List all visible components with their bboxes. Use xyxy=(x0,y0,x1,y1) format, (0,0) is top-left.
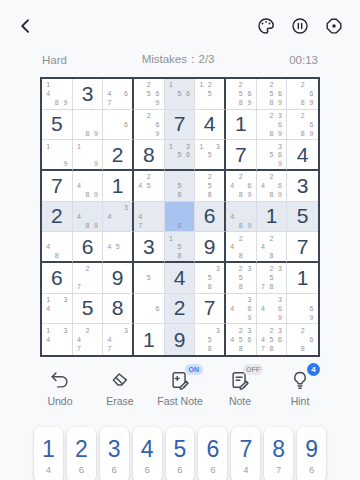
note-off-badge: OFF xyxy=(243,364,263,375)
tool-label: Hint xyxy=(291,395,310,407)
cell-r7c1[interactable]: 6 xyxy=(42,263,73,294)
pencil-notes: 248 xyxy=(226,232,256,261)
cell-value: 5 xyxy=(297,204,309,228)
erase-button[interactable]: Erase xyxy=(94,369,146,407)
cell-r5c5[interactable]: 8 xyxy=(165,202,196,233)
record-icon xyxy=(324,16,344,36)
cell-value: 7 xyxy=(174,112,186,136)
numpad-key-7[interactable]: 74 xyxy=(231,427,260,480)
cell-r5c1[interactable]: 2 xyxy=(42,202,73,233)
cell-r8c5[interactable]: 2 xyxy=(165,294,196,325)
pencil-notes: 2689 xyxy=(287,110,318,140)
pencil-notes: 48 xyxy=(42,232,72,261)
pencil-notes: 25689 xyxy=(257,79,287,109)
pause-button[interactable] xyxy=(290,16,310,36)
pencil-notes: 2345678 xyxy=(257,324,287,355)
cell-r1c2[interactable]: 3 xyxy=(73,79,104,110)
cell-value: 9 xyxy=(204,235,216,259)
cell-r8c2[interactable]: 5 xyxy=(73,294,104,325)
numpad-key-8[interactable]: 87 xyxy=(264,427,293,480)
cell-r8c1[interactable]: 134 xyxy=(42,294,73,325)
cell-r1c5[interactable]: 156 xyxy=(165,79,196,110)
cell-r5c6[interactable]: 6 xyxy=(195,202,226,233)
chevron-left-icon xyxy=(16,16,36,36)
cell-r4c9[interactable]: 3 xyxy=(287,171,318,202)
cell-r1c1[interactable]: 1489 xyxy=(42,79,73,110)
numpad-key-5[interactable]: 56 xyxy=(166,427,195,480)
toolbar: Undo Erase ON Fast Note OFF Note 4 Hint xyxy=(0,357,360,407)
cell-r2c5[interactable]: 7 xyxy=(165,110,196,141)
cell-r2c2[interactable]: 89 xyxy=(73,110,104,141)
pencil-notes: 245 xyxy=(134,171,164,201)
cell-value: 5 xyxy=(51,112,63,136)
cell-r9c5[interactable]: 9 xyxy=(165,324,196,355)
key-remaining-count: 7 xyxy=(276,464,281,475)
difficulty-label: Hard xyxy=(42,54,67,66)
pencil-notes: 2358 xyxy=(226,263,256,293)
cell-r8c9[interactable]: 69 xyxy=(287,294,318,325)
key-digit: 2 xyxy=(75,436,88,463)
pencil-notes: 3469 xyxy=(257,294,287,324)
pencil-notes: 269 xyxy=(134,110,164,140)
pencil-notes: 358 xyxy=(195,263,224,293)
pencil-notes: 258 xyxy=(195,171,224,201)
cell-value: 5 xyxy=(82,296,94,320)
key-digit: 7 xyxy=(239,436,252,463)
key-digit: 4 xyxy=(141,436,154,463)
timer: 00:13 xyxy=(289,54,318,66)
cell-r2c4[interactable]: 269 xyxy=(134,110,165,141)
pencil-notes: 27 xyxy=(73,263,103,293)
cell-r4c4[interactable]: 245 xyxy=(134,171,165,202)
pencil-notes: 347 xyxy=(103,324,132,355)
pencil-notes: 6 xyxy=(134,294,164,324)
numpad-key-3[interactable]: 36 xyxy=(100,427,129,480)
mistakes-counter: Mistakes：2/3 xyxy=(142,52,215,67)
cell-r7c8[interactable]: 23578 xyxy=(257,263,288,294)
cell-value: 3 xyxy=(82,82,94,106)
cell-r3c6[interactable]: 135 xyxy=(195,140,226,171)
cell-value: 6 xyxy=(51,266,63,290)
cell-r8c6[interactable]: 7 xyxy=(195,294,226,325)
cell-r7c5[interactable]: 4 xyxy=(165,263,196,294)
cell-value: 9 xyxy=(174,328,186,352)
pencil-notes: 125 xyxy=(195,79,224,109)
cell-r5c7[interactable]: 489 xyxy=(226,202,257,233)
key-digit: 9 xyxy=(305,436,318,463)
cell-value: 7 xyxy=(297,235,309,259)
pencil-notes: 23578 xyxy=(257,263,287,293)
cell-r9c8[interactable]: 2345678 xyxy=(257,324,288,355)
key-digit: 1 xyxy=(42,436,55,463)
cell-r3c5[interactable]: 1356 xyxy=(165,140,196,171)
cell-r8c4[interactable]: 6 xyxy=(134,294,165,325)
cell-r4c1[interactable]: 7 xyxy=(42,171,73,202)
pencil-notes: 24689 xyxy=(226,171,256,201)
pencil-notes: 89 xyxy=(73,110,103,140)
key-remaining-count: 6 xyxy=(177,464,182,475)
cell-r4c5[interactable]: 58 xyxy=(165,171,196,202)
cell-r3c7[interactable]: 7 xyxy=(226,140,257,171)
cell-r2c7[interactable]: 1 xyxy=(226,110,257,141)
cell-r9c6[interactable]: 358 xyxy=(195,324,226,355)
pencil-notes: 3569 xyxy=(257,140,287,169)
cell-r6c6[interactable]: 9 xyxy=(195,232,226,263)
cell-r8c7[interactable]: 3469 xyxy=(226,294,257,325)
cell-r8c3[interactable]: 8 xyxy=(103,294,134,325)
key-remaining-count: 4 xyxy=(243,464,248,475)
cell-value: 1 xyxy=(143,328,155,352)
pencil-notes: 489 xyxy=(226,202,256,232)
cell-value: 1 xyxy=(112,174,124,198)
pencil-notes: 3469 xyxy=(226,294,256,324)
cell-r4c8[interactable]: 24689 xyxy=(257,171,288,202)
key-digit: 5 xyxy=(174,436,187,463)
record-button[interactable] xyxy=(324,16,344,36)
cell-r6c8[interactable]: 248 xyxy=(257,232,288,263)
cell-value: 6 xyxy=(204,204,216,228)
undo-button[interactable]: Undo xyxy=(34,369,86,407)
pencil-notes: 2689 xyxy=(287,79,318,109)
pencil-notes: 24689 xyxy=(257,171,287,201)
cell-r6c3[interactable]: 45 xyxy=(103,232,134,263)
tool-label: Erase xyxy=(106,395,133,407)
pencil-notes: 358 xyxy=(195,324,224,355)
pencil-notes: 34 xyxy=(103,202,132,232)
cell-r9c4[interactable]: 1 xyxy=(134,324,165,355)
eraser-icon xyxy=(109,369,131,391)
cell-r7c2[interactable]: 27 xyxy=(73,263,104,294)
cell-value: 4 xyxy=(174,266,186,290)
cell-r5c4[interactable]: 47 xyxy=(134,202,165,233)
cell-r3c2[interactable]: 19 xyxy=(73,140,104,171)
pencil-notes: 2569 xyxy=(134,79,164,109)
key-remaining-count: 6 xyxy=(309,464,314,475)
cell-value: 2 xyxy=(51,204,63,228)
undo-icon xyxy=(49,369,71,391)
cell-value: 3 xyxy=(143,235,155,259)
hint-count-badge: 4 xyxy=(307,363,320,376)
pencil-notes: 6 xyxy=(103,110,132,140)
key-remaining-count: 6 xyxy=(112,464,117,475)
cell-r8c8[interactable]: 3469 xyxy=(257,294,288,325)
cell-value: 8 xyxy=(143,143,155,167)
numpad-key-9[interactable]: 96 xyxy=(297,427,326,480)
cell-value: 1 xyxy=(266,204,278,228)
cell-value: 2 xyxy=(174,296,186,320)
cell-r9c2[interactable]: 247 xyxy=(73,324,104,355)
pencil-notes: 467 xyxy=(103,79,132,109)
cell-value: 7 xyxy=(51,174,63,198)
key-remaining-count: 6 xyxy=(144,464,149,475)
cell-r7c6[interactable]: 358 xyxy=(195,263,226,294)
pencil-notes: 134 xyxy=(42,324,72,355)
pencil-notes: 47 xyxy=(134,202,164,232)
cell-r4c3[interactable]: 1 xyxy=(103,171,134,202)
pencil-notes: 134 xyxy=(42,294,72,324)
palette-icon xyxy=(256,16,276,36)
pencil-notes: 58 xyxy=(165,171,195,201)
theme-palette-button[interactable] xyxy=(256,16,276,36)
pencil-notes: 156 xyxy=(165,79,195,109)
cell-r1c3[interactable]: 467 xyxy=(103,79,134,110)
pencil-notes: 158 xyxy=(165,232,195,261)
pencil-notes: 25689 xyxy=(226,79,256,109)
tool-label: Fast Note xyxy=(157,395,203,407)
cell-r9c3[interactable]: 347 xyxy=(103,324,134,355)
status-row: Hard Mistakes：2/3 00:13 xyxy=(0,42,360,73)
pencil-notes: 19 xyxy=(73,140,103,169)
pencil-notes: 1356 xyxy=(165,140,195,169)
cell-r1c9[interactable]: 2689 xyxy=(287,79,318,110)
cell-r7c9[interactable]: 1 xyxy=(287,263,318,294)
cell-r9c1[interactable]: 134 xyxy=(42,324,73,355)
pencil-notes: 268 xyxy=(287,324,318,355)
pencil-notes: 23689 xyxy=(257,110,287,140)
pencil-notes: 69 xyxy=(287,294,318,324)
cell-r7c7[interactable]: 2358 xyxy=(226,263,257,294)
cell-value: 7 xyxy=(235,143,247,167)
key-remaining-count: 6 xyxy=(210,464,215,475)
cell-r6c9[interactable]: 7 xyxy=(287,232,318,263)
sudoku-board: 1489346725691561252568925689268958962697… xyxy=(40,77,320,357)
back-button[interactable] xyxy=(16,16,36,36)
cell-r5c9[interactable]: 5 xyxy=(287,202,318,233)
numpad-key-4[interactable]: 46 xyxy=(133,427,162,480)
pencil-notes: 5 xyxy=(134,263,164,293)
pencil-notes: 234568 xyxy=(226,324,256,355)
cell-r3c4[interactable]: 8 xyxy=(134,140,165,171)
cell-r1c6[interactable]: 125 xyxy=(195,79,226,110)
cell-r9c7[interactable]: 234568 xyxy=(226,324,257,355)
fast-note-button[interactable]: ON Fast Note xyxy=(154,369,206,407)
cell-r5c3[interactable]: 34 xyxy=(103,202,134,233)
cell-r6c4[interactable]: 3 xyxy=(134,232,165,263)
numpad-key-6[interactable]: 66 xyxy=(198,427,227,480)
cell-value: 9 xyxy=(112,266,124,290)
numpad-key-2[interactable]: 26 xyxy=(67,427,96,480)
pencil-notes: 8 xyxy=(165,202,195,232)
number-pad: 142636465666748796 xyxy=(0,407,360,480)
top-bar xyxy=(0,0,360,42)
hint-button[interactable]: 4 Hint xyxy=(274,369,326,407)
key-remaining-count: 4 xyxy=(46,464,51,475)
cell-r3c8[interactable]: 3569 xyxy=(257,140,288,171)
cell-r2c1[interactable]: 5 xyxy=(42,110,73,141)
cell-value: 3 xyxy=(297,174,309,198)
cell-value: 1 xyxy=(297,266,309,290)
cell-value: 7 xyxy=(204,296,216,320)
pencil-notes: 489 xyxy=(73,171,103,201)
key-digit: 6 xyxy=(207,436,220,463)
pencil-notes: 19 xyxy=(42,140,72,169)
cell-r6c1[interactable]: 48 xyxy=(42,232,73,263)
pencil-notes: 247 xyxy=(73,324,103,355)
cell-value: 8 xyxy=(112,296,124,320)
pencil-notes: 248 xyxy=(257,232,287,261)
cell-r6c5[interactable]: 158 xyxy=(165,232,196,263)
cell-r6c2[interactable]: 6 xyxy=(73,232,104,263)
cell-value: 6 xyxy=(82,235,94,259)
cell-value: 2 xyxy=(112,143,124,167)
cell-r2c3[interactable]: 6 xyxy=(103,110,134,141)
cell-value: 4 xyxy=(297,143,309,167)
pencil-notes: 45 xyxy=(103,232,132,261)
cell-value: 4 xyxy=(204,112,216,136)
tool-label: Note xyxy=(229,395,251,407)
cell-r1c8[interactable]: 25689 xyxy=(257,79,288,110)
cell-r4c7[interactable]: 24689 xyxy=(226,171,257,202)
cell-r5c8[interactable]: 1 xyxy=(257,202,288,233)
cell-r2c6[interactable]: 4 xyxy=(195,110,226,141)
key-digit: 3 xyxy=(108,436,121,463)
cell-r1c4[interactable]: 2569 xyxy=(134,79,165,110)
cell-r3c1[interactable]: 19 xyxy=(42,140,73,171)
cell-r4c6[interactable]: 258 xyxy=(195,171,226,202)
cell-r1c7[interactable]: 25689 xyxy=(226,79,257,110)
cell-value: 1 xyxy=(235,112,247,136)
key-remaining-count: 6 xyxy=(79,464,84,475)
fast-note-on-badge: ON xyxy=(185,364,204,375)
pause-icon xyxy=(290,16,310,36)
cell-r2c9[interactable]: 2689 xyxy=(287,110,318,141)
cell-r6c7[interactable]: 248 xyxy=(226,232,257,263)
pencil-notes: 135 xyxy=(195,140,224,169)
cell-r7c3[interactable]: 9 xyxy=(103,263,134,294)
tool-label: Undo xyxy=(47,395,72,407)
cell-r9c9[interactable]: 268 xyxy=(287,324,318,355)
cell-r3c9[interactable]: 4 xyxy=(287,140,318,171)
cell-r3c3[interactable]: 2 xyxy=(103,140,134,171)
note-button[interactable]: OFF Note xyxy=(214,369,266,407)
key-digit: 8 xyxy=(272,436,285,463)
cell-r4c2[interactable]: 489 xyxy=(73,171,104,202)
cell-r2c8[interactable]: 23689 xyxy=(257,110,288,141)
cell-r5c2[interactable]: 489 xyxy=(73,202,104,233)
pencil-notes: 489 xyxy=(73,202,103,232)
numpad-key-1[interactable]: 14 xyxy=(34,427,63,480)
pencil-notes: 1489 xyxy=(42,79,72,109)
cell-r7c4[interactable]: 5 xyxy=(134,263,165,294)
